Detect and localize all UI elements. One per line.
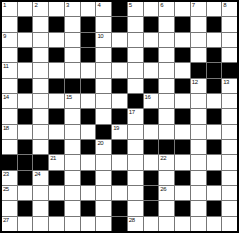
black-cell-r12c14 [207,171,222,185]
clue-number-5: 5 [129,2,132,9]
white-cell-r2c13[interactable] [191,17,206,31]
white-cell-r5c12[interactable] [175,63,190,77]
white-cell-r11c11[interactable]: 22 [159,155,174,169]
white-cell-r3c2[interactable] [18,33,33,47]
white-cell-r15c1[interactable]: 27 [2,217,17,231]
clue-number-28: 28 [129,217,135,224]
white-cell-r9c9[interactable] [128,125,143,139]
clue-number-8: 8 [223,2,226,9]
black-cell-r14c8 [112,201,127,215]
white-cell-r9c1[interactable]: 18 [2,125,17,139]
white-cell-r11c13[interactable] [191,155,206,169]
white-cell-r2c1[interactable] [2,17,17,31]
black-cell-r9c7 [96,125,111,139]
black-cell-r8c2 [18,109,33,123]
white-cell-r2c5[interactable] [65,17,80,31]
black-cell-r11c2 [18,155,33,169]
white-cell-r13c5[interactable] [65,186,80,200]
clue-number-22: 22 [160,155,166,162]
clue-number-10: 10 [97,33,103,40]
white-cell-r3c8[interactable] [112,33,127,47]
white-cell-r8c9[interactable]: 17 [128,109,143,123]
black-cell-r10c12 [175,140,190,154]
white-cell-r1c10[interactable] [144,2,159,16]
white-cell-r11c7[interactable] [96,155,111,169]
white-cell-r9c11[interactable] [159,125,174,139]
white-cell-r15c5[interactable] [65,217,80,231]
white-cell-r12c5[interactable] [65,171,80,185]
white-cell-r1c13[interactable]: 7 [191,2,206,16]
white-cell-r11c8[interactable] [112,155,127,169]
black-cell-r10c10 [144,140,159,154]
white-cell-r9c5[interactable] [65,125,80,139]
white-cell-r7c3[interactable] [33,94,48,108]
white-cell-r4c7[interactable] [96,48,111,62]
clue-number-6: 6 [160,2,163,9]
black-cell-r8c12 [175,109,190,123]
white-cell-r9c4[interactable] [49,125,64,139]
white-cell-r13c13[interactable] [191,186,206,200]
white-cell-r13c11[interactable]: 26 [159,186,174,200]
white-cell-r15c6[interactable] [81,217,96,231]
clue-number-27: 27 [3,217,9,224]
white-cell-r6c11[interactable] [159,79,174,93]
black-cell-r2c2 [18,17,33,31]
white-cell-r11c6[interactable] [81,155,96,169]
black-cell-r11c1 [2,155,17,169]
black-cell-r8c8 [112,109,127,123]
clue-number-1: 1 [3,2,6,9]
white-cell-r9c14[interactable] [207,125,222,139]
black-cell-r15c8 [112,217,127,231]
white-cell-r4c9[interactable] [128,48,143,62]
black-cell-r12c12 [175,171,190,185]
white-cell-r1c2[interactable] [18,2,33,16]
white-cell-r14c7[interactable] [96,201,111,215]
black-cell-r2c6 [81,17,96,31]
clue-number-18: 18 [3,125,9,132]
white-cell-r10c15[interactable] [222,140,237,154]
white-cell-r11c10[interactable] [144,155,159,169]
white-cell-r13c1[interactable]: 25 [2,186,17,200]
black-cell-r4c2 [18,48,33,62]
white-cell-r1c1[interactable]: 1 [2,2,17,16]
black-cell-r6c12 [175,79,190,93]
black-cell-r6c14 [207,79,222,93]
white-cell-r12c3[interactable]: 24 [33,171,48,185]
clue-number-12: 12 [192,79,198,86]
clue-number-2: 2 [34,2,37,9]
black-cell-r4c8 [112,48,127,62]
white-cell-r12c15[interactable] [222,171,237,185]
black-cell-r8c10 [144,109,159,123]
white-cell-r10c5[interactable] [65,140,80,154]
white-cell-r5c7[interactable] [96,63,111,77]
black-cell-r6c4 [49,79,64,93]
white-cell-r5c2[interactable] [18,63,33,77]
white-cell-r8c11[interactable] [159,109,174,123]
black-cell-r10c8 [112,140,127,154]
white-cell-r5c8[interactable] [112,63,127,77]
white-cell-r7c10[interactable]: 16 [144,94,159,108]
white-cell-r5c9[interactable] [128,63,143,77]
white-cell-r6c1[interactable] [2,79,17,93]
white-cell-r13c6[interactable] [81,186,96,200]
white-cell-r1c5[interactable]: 3 [65,2,80,16]
white-cell-r7c14[interactable] [207,94,222,108]
clue-number-21: 21 [50,155,56,162]
black-cell-r5c13 [191,63,206,77]
black-cell-r5c15 [222,63,237,77]
black-cell-r6c8 [112,79,127,93]
black-cell-r14c12 [175,201,190,215]
clue-number-16: 16 [145,94,151,101]
black-cell-r2c14 [207,17,222,31]
black-cell-r14c2 [18,201,33,215]
white-cell-r14c11[interactable] [159,201,174,215]
clue-number-4: 4 [97,2,100,9]
white-cell-r11c4[interactable]: 21 [49,155,64,169]
white-cell-r3c7[interactable]: 10 [96,33,111,47]
white-cell-r5c11[interactable] [159,63,174,77]
white-cell-r8c13[interactable] [191,109,206,123]
white-cell-r3c3[interactable] [33,33,48,47]
white-cell-r3c4[interactable] [49,33,64,47]
white-cell-r1c11[interactable]: 6 [159,2,174,16]
white-cell-r3c15[interactable] [222,33,237,47]
white-cell-r9c15[interactable] [222,125,237,139]
white-cell-r15c12[interactable] [175,217,190,231]
black-cell-r10c11 [159,140,174,154]
white-cell-r13c4[interactable] [49,186,64,200]
black-cell-r8c6 [81,109,96,123]
white-cell-r5c10[interactable] [144,63,159,77]
clue-number-19: 19 [113,125,119,132]
white-cell-r5c3[interactable] [33,63,48,77]
white-cell-r7c15[interactable] [222,94,237,108]
clue-number-17: 17 [129,109,135,116]
white-cell-r7c1[interactable]: 14 [2,94,17,108]
white-cell-r1c14[interactable] [207,2,222,16]
white-cell-r12c11[interactable] [159,171,174,185]
white-cell-r7c8[interactable] [112,94,127,108]
black-cell-r12c10 [144,171,159,185]
black-cell-r14c6 [81,201,96,215]
white-cell-r11c9[interactable] [128,155,143,169]
black-cell-r2c12 [175,17,190,31]
white-cell-r9c13[interactable] [191,125,206,139]
white-cell-r14c1[interactable] [2,201,17,215]
white-cell-r1c7[interactable]: 4 [96,2,111,16]
white-cell-r4c15[interactable] [222,48,237,62]
white-cell-r12c7[interactable] [96,171,111,185]
white-cell-r9c10[interactable] [144,125,159,139]
white-cell-r8c3[interactable] [33,109,48,123]
white-cell-r4c13[interactable] [191,48,206,62]
white-cell-r9c2[interactable] [18,125,33,139]
white-cell-r2c11[interactable] [159,17,174,31]
white-cell-r7c7[interactable] [96,94,111,108]
white-cell-r3c1[interactable]: 9 [2,33,17,47]
clue-number-23: 23 [3,171,9,178]
white-cell-r8c15[interactable] [222,109,237,123]
black-cell-r6c10 [144,79,159,93]
black-cell-r8c14 [207,109,222,123]
clue-number-15: 15 [66,94,72,101]
white-cell-r6c3[interactable] [33,79,48,93]
clue-number-24: 24 [34,171,40,178]
clue-number-25: 25 [3,186,9,193]
white-cell-r15c11[interactable] [159,217,174,231]
white-cell-r4c1[interactable] [2,48,17,62]
black-cell-r10c2 [18,140,33,154]
white-cell-r11c5[interactable] [65,155,80,169]
white-cell-r14c15[interactable] [222,201,237,215]
white-cell-r11c12[interactable] [175,155,190,169]
white-cell-r3c11[interactable] [159,33,174,47]
white-cell-r15c2[interactable] [18,217,33,231]
clue-number-7: 7 [192,2,195,9]
white-cell-r9c12[interactable] [175,125,190,139]
black-cell-r6c5 [65,79,80,93]
white-cell-r2c15[interactable] [222,17,237,31]
clue-number-26: 26 [160,186,166,193]
clue-number-9: 9 [3,33,6,40]
black-cell-r4c12 [175,48,190,62]
white-cell-r13c9[interactable] [128,186,143,200]
black-cell-r4c4 [49,48,64,62]
white-cell-r13c7[interactable] [96,186,111,200]
white-cell-r1c9[interactable]: 5 [128,2,143,16]
clue-number-3: 3 [66,2,69,9]
white-cell-r15c10[interactable] [144,217,159,231]
white-cell-r10c1[interactable] [2,140,17,154]
white-cell-r8c1[interactable] [2,109,17,123]
black-cell-r8c4 [49,109,64,123]
white-cell-r7c11[interactable] [159,94,174,108]
white-cell-r7c13[interactable] [191,94,206,108]
white-cell-r15c13[interactable] [191,217,206,231]
white-cell-r13c8[interactable] [112,186,127,200]
white-cell-r4c5[interactable] [65,48,80,62]
white-cell-r12c9[interactable] [128,171,143,185]
white-cell-r3c13[interactable] [191,33,206,47]
white-cell-r5c4[interactable] [49,63,64,77]
white-cell-r11c14[interactable] [207,155,222,169]
clue-number-14: 14 [3,94,9,101]
black-cell-r12c6 [81,171,96,185]
black-cell-r7c9 [128,94,143,108]
white-cell-r6c13[interactable]: 12 [191,79,206,93]
black-cell-r12c8 [112,171,127,185]
black-cell-r4c6 [81,48,96,62]
black-cell-r1c8 [112,2,127,16]
white-cell-r15c9[interactable]: 28 [128,217,143,231]
black-cell-r10c6 [81,140,96,154]
white-cell-r3c10[interactable] [144,33,159,47]
white-cell-r13c14[interactable] [207,186,222,200]
white-cell-r15c14[interactable] [207,217,222,231]
black-cell-r10c4 [49,140,64,154]
white-cell-r14c3[interactable] [33,201,48,215]
white-cell-r3c14[interactable] [207,33,222,47]
white-cell-r1c4[interactable] [49,2,64,16]
white-cell-r12c13[interactable] [191,171,206,185]
black-cell-r14c4 [49,201,64,215]
black-cell-r3c6 [81,33,96,47]
white-cell-r13c15[interactable] [222,186,237,200]
black-cell-r14c14 [207,201,222,215]
black-cell-r6c6 [81,79,96,93]
black-cell-r4c10 [144,48,159,62]
white-cell-r1c6[interactable] [81,2,96,16]
white-cell-r6c9[interactable] [128,79,143,93]
white-cell-r13c2[interactable] [18,186,33,200]
white-cell-r6c7[interactable] [96,79,111,93]
white-cell-r7c5[interactable]: 15 [65,94,80,108]
white-cell-r7c2[interactable] [18,94,33,108]
black-cell-r2c10 [144,17,159,31]
white-cell-r7c6[interactable] [81,94,96,108]
white-cell-r9c3[interactable] [33,125,48,139]
white-cell-r2c3[interactable] [33,17,48,31]
black-cell-r6c2 [18,79,33,93]
black-cell-r14c10 [144,201,159,215]
white-cell-r15c15[interactable] [222,217,237,231]
clue-number-13: 13 [223,79,229,86]
white-cell-r7c4[interactable] [49,94,64,108]
white-cell-r5c5[interactable] [65,63,80,77]
white-cell-r3c5[interactable] [65,33,80,47]
black-cell-r10c14 [207,140,222,154]
white-cell-r15c7[interactable] [96,217,111,231]
white-cell-r9c8[interactable]: 19 [112,125,127,139]
white-cell-r12c1[interactable]: 23 [2,171,17,185]
white-cell-r5c1[interactable]: 11 [2,63,17,77]
black-cell-r4c14 [207,48,222,62]
black-cell-r2c8 [112,17,127,31]
white-cell-r10c3[interactable] [33,140,48,154]
white-cell-r1c3[interactable]: 2 [33,2,48,16]
white-cell-r3c12[interactable] [175,33,190,47]
white-cell-r10c13[interactable] [191,140,206,154]
white-cell-r15c3[interactable] [33,217,48,231]
white-cell-r1c12[interactable] [175,2,190,16]
white-cell-r13c12[interactable] [175,186,190,200]
white-cell-r13c3[interactable] [33,186,48,200]
black-cell-r5c14 [207,63,222,77]
white-cell-r3c9[interactable] [128,33,143,47]
white-cell-r11c15[interactable] [222,155,237,169]
white-cell-r8c5[interactable] [65,109,80,123]
white-cell-r1c15[interactable]: 8 [222,2,237,16]
white-cell-r2c7[interactable] [96,17,111,31]
white-cell-r2c9[interactable] [128,17,143,31]
white-cell-r10c7[interactable]: 20 [96,140,111,154]
clue-number-20: 20 [97,140,103,147]
white-cell-r10c9[interactable] [128,140,143,154]
clue-number-11: 11 [3,63,8,70]
black-cell-r2c4 [49,17,64,31]
white-cell-r15c4[interactable] [49,217,64,231]
white-cell-r7c12[interactable] [175,94,190,108]
white-cell-r5c6[interactable] [81,63,96,77]
white-cell-r8c7[interactable] [96,109,111,123]
black-cell-r12c2 [18,171,33,185]
white-cell-r14c5[interactable] [65,201,80,215]
white-cell-r6c15[interactable]: 13 [222,79,237,93]
black-cell-r13c10 [144,186,159,200]
white-cell-r4c11[interactable] [159,48,174,62]
black-cell-r11c3 [33,155,48,169]
white-cell-r14c13[interactable] [191,201,206,215]
white-cell-r14c9[interactable] [128,201,143,215]
crossword-grid: 1234567891011121314151617181920212223242… [0,0,239,233]
black-cell-r12c4 [49,171,64,185]
white-cell-r4c3[interactable] [33,48,48,62]
white-cell-r9c6[interactable] [81,125,96,139]
